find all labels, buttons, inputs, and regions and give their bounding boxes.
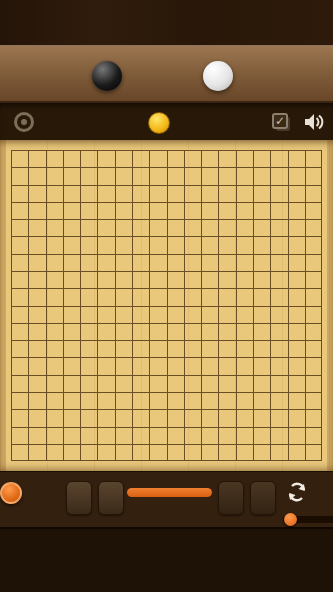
status-bar-strip — [0, 0, 333, 45]
white-captures-stone — [203, 61, 233, 91]
bottom-tab-bar — [0, 527, 333, 592]
match-header — [0, 45, 333, 103]
move-slider-thumb[interactable] — [0, 482, 22, 504]
go-app-screen: ✓ — [0, 0, 333, 592]
toolbar: ✓ — [0, 103, 333, 140]
move-slider-track[interactable] — [127, 488, 212, 497]
prev-move-button[interactable] — [98, 481, 124, 515]
next-move-button[interactable] — [218, 481, 244, 515]
checkbox-icon[interactable]: ✓ — [272, 113, 288, 129]
refresh-icon[interactable] — [286, 481, 308, 503]
forward-button[interactable] — [250, 481, 276, 515]
volume-slider-thumb[interactable] — [284, 513, 297, 526]
move-slider-fill — [127, 488, 212, 497]
black-captures-stone — [92, 61, 122, 91]
eye-icon[interactable] — [14, 112, 34, 132]
rewind-button[interactable] — [66, 481, 92, 515]
speaker-icon[interactable] — [303, 111, 325, 133]
go-board[interactable] — [11, 150, 322, 461]
coin-icon — [148, 112, 170, 134]
go-board-area — [0, 140, 333, 471]
